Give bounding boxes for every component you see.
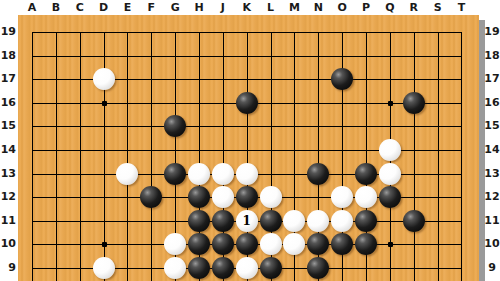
row-label-left: 14 <box>0 143 16 157</box>
row-label-right: 16 <box>484 96 500 110</box>
stone-black[interactable] <box>307 163 329 185</box>
row-label-right: 19 <box>484 25 500 39</box>
stone-black[interactable] <box>188 233 210 255</box>
stone-white[interactable] <box>236 257 258 279</box>
stone-black[interactable] <box>236 186 258 208</box>
column-label: J <box>213 1 233 15</box>
row-label-right: 18 <box>484 49 500 63</box>
row-label-left: 16 <box>0 96 16 110</box>
stone-white[interactable] <box>93 257 115 279</box>
column-label: G <box>165 1 185 15</box>
stone-white[interactable] <box>93 68 115 90</box>
stone-white[interactable] <box>283 210 305 232</box>
row-label-left: 19 <box>0 25 16 39</box>
stone-white[interactable] <box>355 186 377 208</box>
stone-black[interactable] <box>260 257 282 279</box>
stone-white[interactable] <box>212 163 234 185</box>
row-label-left: 9 <box>0 261 16 275</box>
row-label-right: 17 <box>484 72 500 86</box>
column-label: D <box>94 1 114 15</box>
row-label-right: 10 <box>484 237 500 251</box>
column-label: N <box>308 1 328 15</box>
stone-black[interactable] <box>379 186 401 208</box>
column-label: M <box>284 1 304 15</box>
column-label: O <box>332 1 352 15</box>
stone-black[interactable] <box>307 257 329 279</box>
stone-white[interactable] <box>283 233 305 255</box>
stone-black[interactable] <box>188 186 210 208</box>
go-board-grid[interactable]: 1 <box>20 20 473 280</box>
row-label-right: 12 <box>484 190 500 204</box>
column-label: T <box>451 1 471 15</box>
column-label: R <box>404 1 424 15</box>
column-label: H <box>189 1 209 15</box>
row-label-right: 9 <box>484 261 500 275</box>
stone-black[interactable] <box>331 233 353 255</box>
row-label-left: 18 <box>0 49 16 63</box>
stone-black[interactable] <box>188 210 210 232</box>
row-label-right: 13 <box>484 167 500 181</box>
stone-black[interactable] <box>188 257 210 279</box>
column-label: P <box>356 1 376 15</box>
column-label: S <box>428 1 448 15</box>
row-label-left: 12 <box>0 190 16 204</box>
stone-white[interactable] <box>188 163 210 185</box>
stone-white[interactable] <box>260 233 282 255</box>
row-label-left: 10 <box>0 237 16 251</box>
stone-white[interactable] <box>379 163 401 185</box>
stone-black[interactable] <box>307 233 329 255</box>
stone-white[interactable] <box>236 163 258 185</box>
stone-black[interactable] <box>212 233 234 255</box>
stone-black[interactable] <box>355 163 377 185</box>
row-label-left: 13 <box>0 167 16 181</box>
stone-black[interactable] <box>236 92 258 114</box>
stone-white[interactable] <box>307 210 329 232</box>
row-label-right: 15 <box>484 119 500 133</box>
stone-white[interactable] <box>331 210 353 232</box>
stone-white[interactable] <box>212 186 234 208</box>
stone-black[interactable] <box>212 257 234 279</box>
column-label: L <box>261 1 281 15</box>
stone-white[interactable] <box>116 163 138 185</box>
stone-black[interactable] <box>355 233 377 255</box>
row-label-right: 11 <box>484 214 500 228</box>
column-label: K <box>237 1 257 15</box>
stone-white[interactable] <box>164 233 186 255</box>
stone-black[interactable] <box>212 210 234 232</box>
go-board-app: ABCDEFGHJKLMNOPQRST191918181717161615151… <box>0 0 500 281</box>
row-label-right: 14 <box>484 143 500 157</box>
stone-white[interactable] <box>379 139 401 161</box>
column-label: F <box>141 1 161 15</box>
row-label-left: 17 <box>0 72 16 86</box>
stone-black[interactable] <box>164 163 186 185</box>
stone-white[interactable] <box>164 257 186 279</box>
row-label-left: 15 <box>0 119 16 133</box>
stone-black[interactable] <box>236 233 258 255</box>
column-label: Q <box>380 1 400 15</box>
stone-black[interactable] <box>355 210 377 232</box>
move-number-label: 1 <box>243 215 251 227</box>
stone-black[interactable] <box>403 92 425 114</box>
stone-black[interactable] <box>140 186 162 208</box>
stone-black[interactable] <box>164 115 186 137</box>
stone-white[interactable] <box>260 186 282 208</box>
stone-white[interactable] <box>331 186 353 208</box>
stone-black[interactable] <box>403 210 425 232</box>
column-label: A <box>22 1 42 15</box>
column-label: C <box>70 1 90 15</box>
stone-black[interactable] <box>331 68 353 90</box>
column-label: B <box>46 1 66 15</box>
stone-black[interactable] <box>260 210 282 232</box>
stone-white[interactable]: 1 <box>236 210 258 232</box>
row-label-left: 11 <box>0 214 16 228</box>
column-label: E <box>117 1 137 15</box>
